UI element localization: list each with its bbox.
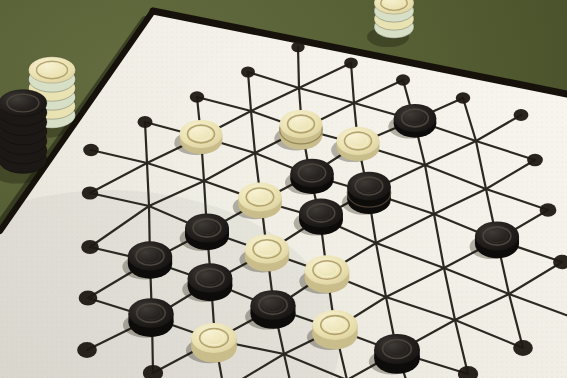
entry-dot-g7[interactable] bbox=[396, 74, 410, 85]
entry-dot-a3[interactable] bbox=[81, 240, 99, 254]
entry-dot-f8[interactable] bbox=[344, 58, 358, 69]
entry-dot-d8[interactable] bbox=[241, 66, 255, 77]
entry-dot-c7[interactable] bbox=[190, 91, 204, 103]
entry-dot-i5[interactable] bbox=[514, 109, 529, 121]
entry-dot-a5[interactable] bbox=[83, 144, 99, 156]
entry-dot-h1[interactable] bbox=[513, 340, 533, 356]
entry-dot-i3[interactable] bbox=[540, 203, 557, 216]
entry-dot-b6[interactable] bbox=[138, 116, 153, 128]
gipf-scene-canvas bbox=[0, 0, 567, 378]
piece-top-face bbox=[280, 110, 323, 138]
piece-top-face bbox=[238, 183, 282, 212]
gipf-photo-scene bbox=[0, 0, 567, 378]
piece-top-face bbox=[185, 213, 229, 242]
piece-top-face bbox=[188, 263, 233, 292]
piece-top-face bbox=[128, 241, 172, 270]
piece-top-face bbox=[394, 104, 437, 132]
piece-top-face bbox=[245, 234, 289, 263]
entry-dot-a4[interactable] bbox=[82, 186, 98, 199]
piece-top-face bbox=[251, 290, 296, 320]
piece-top-face bbox=[299, 199, 343, 228]
entry-dot-e9[interactable] bbox=[291, 42, 304, 53]
piece-top-face bbox=[374, 334, 420, 364]
entry-dot-a2[interactable] bbox=[79, 291, 98, 306]
piece-top-face bbox=[312, 310, 357, 340]
entry-dot-i4[interactable] bbox=[527, 154, 543, 167]
piece-top-face bbox=[475, 221, 519, 250]
entry-dot-h6[interactable] bbox=[456, 92, 470, 104]
piece-top-face bbox=[128, 298, 173, 328]
piece-top-face bbox=[347, 172, 390, 201]
entry-dot-a1[interactable] bbox=[77, 342, 97, 358]
black-reserve-stack-left[interactable] bbox=[0, 90, 47, 184]
piece-top-face bbox=[337, 127, 380, 155]
piece-top-face bbox=[305, 255, 350, 284]
piece-top-face bbox=[191, 323, 236, 353]
piece-top-face bbox=[290, 159, 333, 188]
piece-top-face bbox=[180, 120, 223, 148]
